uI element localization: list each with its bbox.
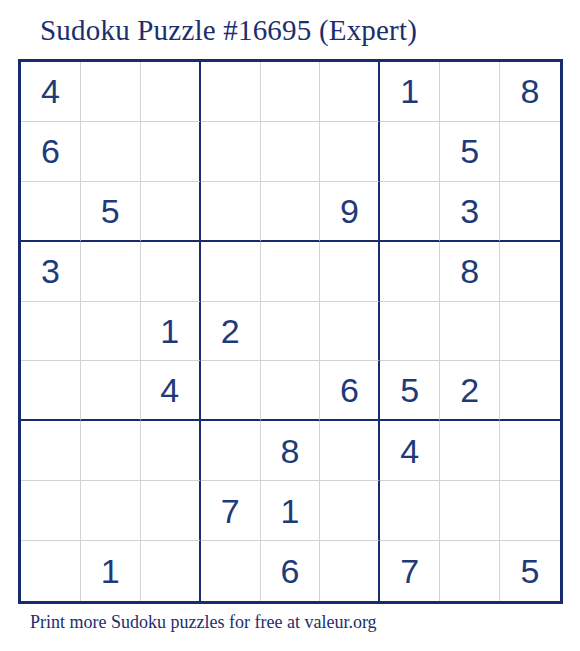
sudoku-cell-r7c3 xyxy=(141,421,201,481)
sudoku-cell-r7c4 xyxy=(201,421,261,481)
sudoku-cell-r3c5 xyxy=(261,182,321,242)
sudoku-cell-r6c2 xyxy=(81,361,141,421)
sudoku-cell-r1c4 xyxy=(201,62,261,122)
sudoku-cell-r6c7: 5 xyxy=(380,361,440,421)
sudoku-cell-r1c6 xyxy=(320,62,380,122)
sudoku-cell-r4c6 xyxy=(320,242,380,302)
sudoku-cell-r1c7: 1 xyxy=(380,62,440,122)
sudoku-cell-r4c3 xyxy=(141,242,201,302)
sudoku-cell-r6c8: 2 xyxy=(440,361,500,421)
sudoku-cell-r8c6 xyxy=(320,481,380,541)
sudoku-cell-r1c5 xyxy=(261,62,321,122)
sudoku-cell-r3c2: 5 xyxy=(81,182,141,242)
sudoku-cell-r4c2 xyxy=(81,242,141,302)
sudoku-cell-r1c3 xyxy=(141,62,201,122)
sudoku-cell-r4c5 xyxy=(261,242,321,302)
sudoku-cell-r5c6 xyxy=(320,302,380,362)
sudoku-cell-r8c9 xyxy=(500,481,560,541)
sudoku-cell-r6c3: 4 xyxy=(141,361,201,421)
sudoku-cell-r7c5: 8 xyxy=(261,421,321,481)
sudoku-cell-r3c9 xyxy=(500,182,560,242)
sudoku-cell-r9c6 xyxy=(320,541,380,601)
sudoku-cell-r6c4 xyxy=(201,361,261,421)
sudoku-cell-r4c1: 3 xyxy=(21,242,81,302)
sudoku-cell-r2c4 xyxy=(201,122,261,182)
sudoku-cell-r2c2 xyxy=(81,122,141,182)
sudoku-cell-r8c4: 7 xyxy=(201,481,261,541)
sudoku-cell-r4c4 xyxy=(201,242,261,302)
sudoku-cell-r8c8 xyxy=(440,481,500,541)
sudoku-cell-r5c3: 1 xyxy=(141,302,201,362)
sudoku-cell-r6c5 xyxy=(261,361,321,421)
sudoku-cell-r3c8: 3 xyxy=(440,182,500,242)
sudoku-cell-r2c7 xyxy=(380,122,440,182)
sudoku-cell-r4c9 xyxy=(500,242,560,302)
sudoku-cell-r5c2 xyxy=(81,302,141,362)
sudoku-cell-r1c1: 4 xyxy=(21,62,81,122)
sudoku-cell-r1c9: 8 xyxy=(500,62,560,122)
sudoku-cell-r7c1 xyxy=(21,421,81,481)
sudoku-cell-r2c8: 5 xyxy=(440,122,500,182)
sudoku-cell-r2c5 xyxy=(261,122,321,182)
sudoku-cell-r6c6: 6 xyxy=(320,361,380,421)
sudoku-cell-r7c7: 4 xyxy=(380,421,440,481)
sudoku-cell-r5c9 xyxy=(500,302,560,362)
sudoku-cell-r9c8 xyxy=(440,541,500,601)
sudoku-board: 418655933812465284711675 xyxy=(18,59,563,604)
sudoku-cell-r6c9 xyxy=(500,361,560,421)
sudoku-cell-r3c1 xyxy=(21,182,81,242)
sudoku-cell-r3c4 xyxy=(201,182,261,242)
footer-text: Print more Sudoku puzzles for free at va… xyxy=(30,612,377,633)
sudoku-cell-r5c8 xyxy=(440,302,500,362)
sudoku-cell-r8c1 xyxy=(21,481,81,541)
sudoku-cell-r7c9 xyxy=(500,421,560,481)
sudoku-cell-r9c3 xyxy=(141,541,201,601)
sudoku-cell-r1c8 xyxy=(440,62,500,122)
sudoku-cell-r3c7 xyxy=(380,182,440,242)
sudoku-cell-r3c3 xyxy=(141,182,201,242)
sudoku-cell-r5c7 xyxy=(380,302,440,362)
sudoku-cell-r9c4 xyxy=(201,541,261,601)
sudoku-cell-r8c5: 1 xyxy=(261,481,321,541)
sudoku-cell-r9c7: 7 xyxy=(380,541,440,601)
sudoku-cell-r5c5 xyxy=(261,302,321,362)
sudoku-cell-r6c1 xyxy=(21,361,81,421)
sudoku-cell-r2c3 xyxy=(141,122,201,182)
sudoku-cell-r4c7 xyxy=(380,242,440,302)
sudoku-cell-r9c2: 1 xyxy=(81,541,141,601)
page-title: Sudoku Puzzle #16695 (Expert) xyxy=(40,14,417,47)
sudoku-cell-r8c7 xyxy=(380,481,440,541)
sudoku-cell-r2c9 xyxy=(500,122,560,182)
sudoku-cell-r5c1 xyxy=(21,302,81,362)
sudoku-cell-r9c1 xyxy=(21,541,81,601)
sudoku-cell-r3c6: 9 xyxy=(320,182,380,242)
sudoku-cell-r9c5: 6 xyxy=(261,541,321,601)
sudoku-cell-r7c6 xyxy=(320,421,380,481)
sudoku-cell-r5c4: 2 xyxy=(201,302,261,362)
sudoku-cell-r8c2 xyxy=(81,481,141,541)
sudoku-cell-r7c2 xyxy=(81,421,141,481)
sudoku-cell-r7c8 xyxy=(440,421,500,481)
sudoku-cell-r2c1: 6 xyxy=(21,122,81,182)
sudoku-cell-r4c8: 8 xyxy=(440,242,500,302)
sudoku-cell-r8c3 xyxy=(141,481,201,541)
sudoku-cell-r1c2 xyxy=(81,62,141,122)
sudoku-cell-r2c6 xyxy=(320,122,380,182)
sudoku-cell-r9c9: 5 xyxy=(500,541,560,601)
